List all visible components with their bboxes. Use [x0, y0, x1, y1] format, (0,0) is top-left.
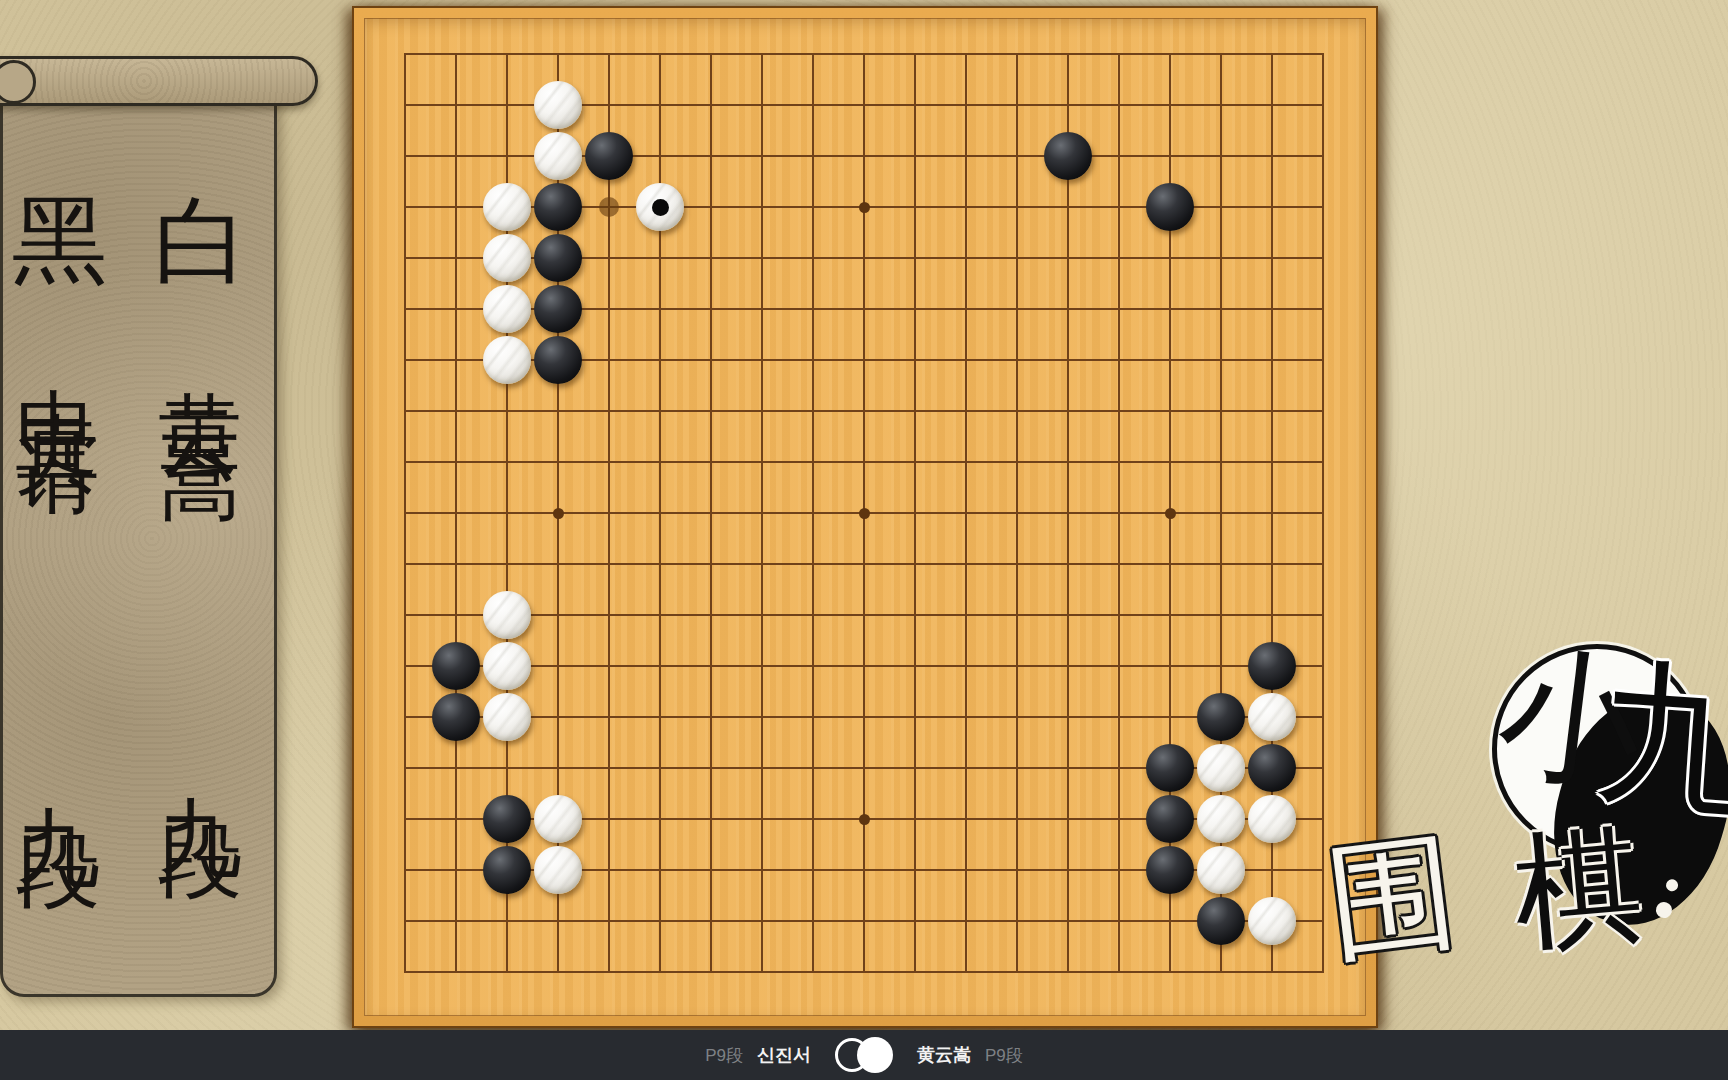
- white-player-rank-vertical: 九段: [158, 728, 242, 776]
- black-player-name-vertical: 申真谞: [16, 320, 100, 392]
- white-stone: [483, 642, 531, 690]
- go-board: [352, 6, 1378, 1028]
- black-stone: [1146, 183, 1194, 231]
- black-stone: [483, 846, 531, 894]
- white-stone: [1248, 693, 1296, 741]
- white-stone: [1248, 795, 1296, 843]
- bottom-status-bar: P9段 신진서 黄云嵩 P9段: [0, 1030, 1728, 1080]
- grid-line-h: [404, 665, 1324, 667]
- black-stone: [1248, 744, 1296, 792]
- black-stone: [1197, 693, 1245, 741]
- black-stone: [1044, 132, 1092, 180]
- grid-line-h: [404, 614, 1324, 616]
- grid-line-v: [1118, 53, 1120, 973]
- black-stone: [534, 234, 582, 282]
- white-player-name: 黄云嵩: [917, 1043, 971, 1067]
- white-stone: [534, 132, 582, 180]
- logo-char-wei: 围: [1321, 827, 1464, 970]
- black-stone: [585, 132, 633, 180]
- black-stone: [1146, 795, 1194, 843]
- capture-marker-dot: [599, 197, 619, 217]
- white-stone-icon: [857, 1037, 893, 1073]
- white-player-name-vertical: 黄云嵩: [158, 324, 242, 396]
- scroll-roller-bar: [0, 56, 318, 106]
- star-point: [859, 814, 870, 825]
- app-logo: 小 九 围 棋: [1300, 572, 1728, 972]
- black-stone: [1146, 744, 1194, 792]
- white-stone: [636, 183, 684, 231]
- grid-line-v: [1067, 53, 1069, 973]
- logo-char-jiu: 九: [1591, 655, 1728, 824]
- grid-line-h: [404, 563, 1324, 565]
- black-stone: [1146, 846, 1194, 894]
- logo-char-qi: 棋: [1509, 821, 1648, 960]
- black-stone: [432, 693, 480, 741]
- grid-line-h: [404, 971, 1324, 973]
- stone-color-toggle[interactable]: [835, 1037, 893, 1073]
- grid-line-v: [965, 53, 967, 973]
- board-grid[interactable]: [405, 54, 1323, 972]
- go-board-surface[interactable]: [364, 18, 1366, 1016]
- white-stone: [483, 591, 531, 639]
- black-player-rank: P9段: [705, 1044, 743, 1067]
- star-point: [859, 508, 870, 519]
- black-stone: [534, 285, 582, 333]
- black-stone: [1197, 897, 1245, 945]
- white-stone: [534, 795, 582, 843]
- black-player-name: 신진서: [757, 1043, 811, 1067]
- star-point: [553, 508, 564, 519]
- white-stone: [534, 81, 582, 129]
- black-stone: [483, 795, 531, 843]
- black-player-rank-vertical: 九段: [16, 738, 100, 786]
- white-stone: [534, 846, 582, 894]
- white-title-label: 白: [154, 120, 250, 140]
- black-stone: [1248, 642, 1296, 690]
- white-stone: [1197, 846, 1245, 894]
- player-scroll: [0, 80, 277, 997]
- grid-line-v: [914, 53, 916, 973]
- white-stone: [1197, 744, 1245, 792]
- black-stone: [534, 336, 582, 384]
- white-stone: [483, 285, 531, 333]
- white-stone: [1197, 795, 1245, 843]
- black-title-label: 黑: [12, 122, 108, 142]
- white-stone: [483, 693, 531, 741]
- grid-line-h: [404, 920, 1324, 922]
- star-point: [859, 202, 870, 213]
- white-stone: [483, 336, 531, 384]
- star-point: [1165, 508, 1176, 519]
- white-player-rank: P9段: [985, 1044, 1023, 1067]
- last-move-marker: [652, 199, 669, 216]
- grid-line-v: [1016, 53, 1018, 973]
- white-stone: [483, 234, 531, 282]
- white-stone: [1248, 897, 1296, 945]
- white-stone: [483, 183, 531, 231]
- grid-line-h: [404, 716, 1324, 718]
- black-stone: [534, 183, 582, 231]
- black-stone: [432, 642, 480, 690]
